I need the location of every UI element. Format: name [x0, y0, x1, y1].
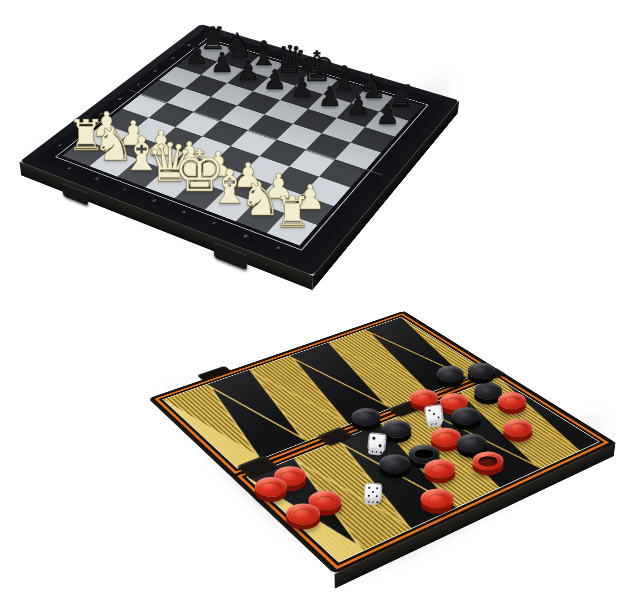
point-gold	[294, 441, 427, 533]
file-label: g	[243, 234, 249, 238]
rank-label: 8	[186, 44, 191, 47]
file-label: e	[181, 210, 187, 214]
rank-label: 4	[117, 98, 122, 101]
square-d3	[184, 136, 230, 162]
rank-label: 1	[57, 143, 63, 146]
chess-board-case: a8b7c6d5e4f3g2h1	[19, 24, 459, 276]
square-d2	[165, 153, 213, 181]
file-label: b	[94, 177, 100, 181]
square-f3	[242, 156, 289, 184]
point-gold	[366, 420, 500, 507]
square-c1	[117, 159, 165, 187]
square-h3	[303, 177, 351, 206]
chess-case-latch	[62, 182, 89, 205]
rank-label: 3	[98, 112, 103, 115]
rank-label: 2	[78, 128, 84, 131]
point-dark	[247, 459, 380, 556]
square-d1	[145, 170, 194, 199]
square-g1	[235, 202, 285, 233]
square-e3	[213, 146, 260, 173]
file-label: d	[151, 199, 157, 203]
square-h1	[267, 214, 317, 246]
rank-label: 7	[170, 57, 175, 60]
square-h5	[335, 143, 381, 170]
rank-label: 5	[135, 83, 140, 86]
file-label: h	[275, 246, 281, 250]
point-gold	[277, 455, 411, 551]
file-label: c	[122, 188, 128, 192]
square-f1	[205, 191, 254, 221]
square-h2	[285, 195, 334, 226]
point-dark	[338, 424, 471, 512]
square-b2	[110, 133, 157, 159]
point-gold	[380, 408, 512, 492]
file-label: a	[66, 166, 72, 170]
square-g3	[272, 166, 319, 194]
square-c2	[137, 143, 184, 170]
file-label: f	[211, 222, 216, 226]
chess-board-face: a8b7c6d5e4f3g2h1	[34, 30, 446, 265]
point-dark	[322, 437, 456, 528]
square-h6	[351, 127, 395, 153]
square-g2	[254, 184, 303, 214]
square-f4	[260, 140, 306, 167]
square-g4	[289, 149, 335, 176]
square-g5	[306, 133, 351, 159]
game-set-photo: a8b7c6d5e4f3g2h1 ♜♞♝♛♚♝♞♜♟♟♟♟♟♟♟♟♟♟♟♟♟♟♟…	[0, 0, 620, 616]
square-e2	[194, 163, 242, 191]
square-b1	[89, 149, 137, 176]
rank-label: 6	[153, 70, 158, 73]
square-e1	[175, 180, 224, 210]
square-h4	[319, 159, 366, 187]
square-f2	[224, 173, 272, 202]
square-a1	[62, 139, 110, 166]
square-c3	[157, 127, 203, 153]
chess-case-corner-latch	[214, 242, 247, 271]
square-e4	[231, 130, 277, 156]
backgammon-case	[148, 311, 615, 574]
